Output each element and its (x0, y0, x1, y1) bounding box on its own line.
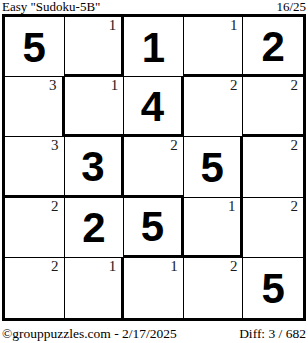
pencil-mark: 2 (170, 137, 178, 154)
pencil-mark: 2 (230, 77, 238, 94)
cell-r5c5[interactable]: 5 (243, 258, 303, 318)
cell-r4c3[interactable]: 5 (124, 198, 184, 258)
given-digit: 5 (124, 198, 181, 255)
cell-r2c1[interactable]: 3 (5, 77, 65, 137)
pencil-mark: 1 (228, 198, 236, 215)
cell-r5c1[interactable]: 2 (5, 258, 65, 318)
puzzle-page: Easy "Sudoku-5B" 16/25 51112314223325222… (0, 0, 308, 343)
given-digit: 2 (243, 17, 303, 74)
cell-r5c4[interactable]: 2 (184, 258, 244, 318)
cell-r1c5[interactable]: 2 (243, 17, 303, 77)
pencil-mark: 1 (170, 258, 178, 275)
cell-r2c3[interactable]: 4 (124, 77, 184, 137)
cell-r2c5[interactable]: 2 (243, 77, 303, 137)
puzzle-title: Easy "Sudoku-5B" (2, 0, 100, 13)
header: Easy "Sudoku-5B" 16/25 (0, 0, 308, 13)
cell-r2c2[interactable]: 1 (65, 77, 125, 137)
pencil-mark: 1 (230, 17, 238, 34)
difficulty-text: Diff: 3 / 682 (239, 326, 306, 341)
pencil-mark: 2 (290, 198, 298, 215)
cell-r3c2[interactable]: 3 (65, 137, 125, 197)
cell-r4c5[interactable]: 2 (243, 198, 303, 258)
pencil-mark: 2 (51, 198, 59, 215)
given-digit: 5 (184, 137, 241, 196)
given-digit: 4 (124, 77, 181, 134)
pencil-mark: 1 (109, 17, 117, 34)
footer: ©grouppuzzles.com - 2/17/2025 Diff: 3 / … (0, 326, 308, 341)
pencil-mark: 1 (111, 77, 119, 94)
given-digit: 2 (65, 198, 124, 257)
cell-r3c5[interactable]: 2 (243, 137, 303, 197)
cell-r1c3[interactable]: 1 (124, 17, 184, 77)
pencil-mark: 1 (109, 258, 117, 275)
pencil-mark: 2 (290, 77, 298, 94)
given-digit: 3 (65, 137, 122, 194)
given-digit: 5 (243, 258, 303, 318)
cell-r3c3[interactable]: 2 (124, 137, 184, 197)
cell-r4c2[interactable]: 2 (65, 198, 125, 258)
progress-counter: 16/25 (276, 0, 306, 13)
pencil-mark: 2 (230, 258, 238, 275)
pencil-mark: 3 (49, 77, 57, 94)
given-digit: 5 (5, 17, 64, 76)
given-digit: 1 (124, 17, 183, 76)
pencil-mark: 3 (51, 137, 59, 154)
cell-r2c4[interactable]: 2 (184, 77, 244, 137)
board: 5111231422332522251221125 (2, 14, 306, 321)
cell-r4c1[interactable]: 2 (5, 198, 65, 258)
credit-text: ©grouppuzzles.com - 2/17/2025 (2, 326, 177, 341)
cell-r4c4[interactable]: 1 (184, 198, 244, 258)
cell-r1c2[interactable]: 1 (65, 17, 125, 77)
cell-r3c4[interactable]: 5 (184, 137, 244, 197)
cell-r5c3[interactable]: 1 (124, 258, 184, 318)
pencil-mark: 2 (51, 258, 59, 275)
pencil-mark: 2 (290, 137, 298, 154)
cell-r3c1[interactable]: 3 (5, 137, 65, 197)
cell-r1c4[interactable]: 1 (184, 17, 244, 77)
cell-r5c2[interactable]: 1 (65, 258, 125, 318)
cell-r1c1[interactable]: 5 (5, 17, 65, 77)
